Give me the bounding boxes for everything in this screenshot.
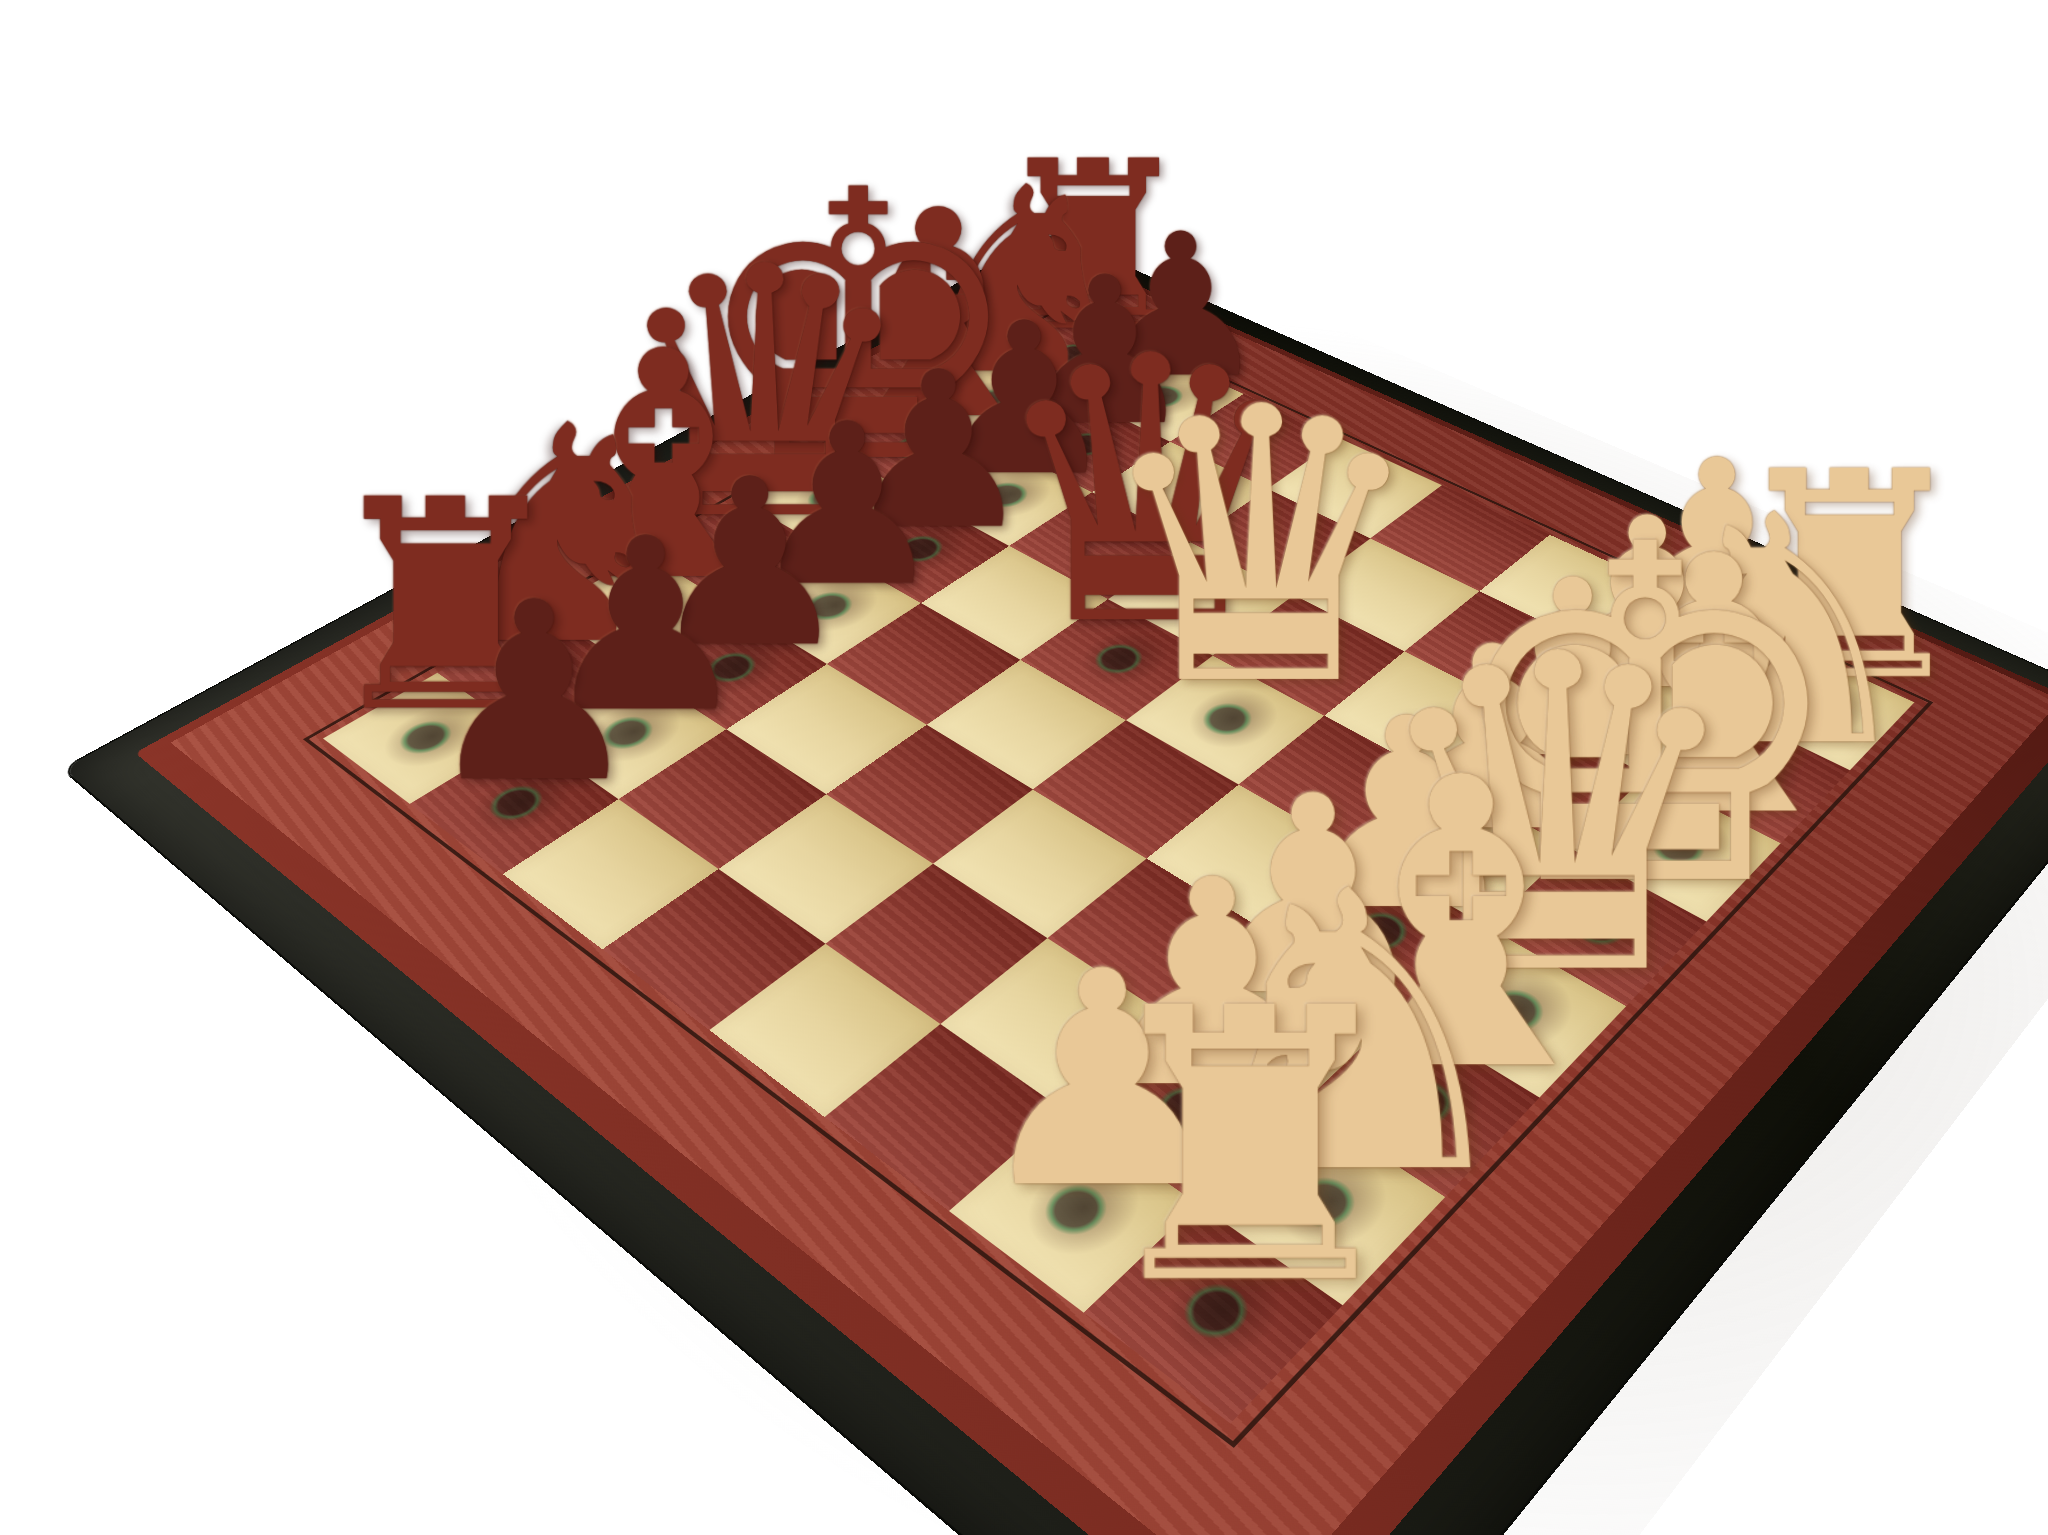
light-rook-a1: ♜ <box>1082 961 1419 1337</box>
product-photo: ♜♞♝♛♚♝♞♜♟♟♟♟♟♟♟♟♛♛♟♟♟♟♟♟♟♟♜♞♝♛♚♝♞♜ <box>0 0 2048 1535</box>
red-pawn-a7: ♟ <box>423 570 644 817</box>
scene: ♜♞♝♛♚♝♞♜♟♟♟♟♟♟♟♟♛♛♟♟♟♟♟♟♟♟♜♞♝♛♚♝♞♜ <box>0 0 2048 1535</box>
chess-board: ♜♞♝♛♚♝♞♜♟♟♟♟♟♟♟♟♛♛♟♟♟♟♟♟♟♟♜♞♝♛♚♝♞♜ <box>171 255 2048 1535</box>
